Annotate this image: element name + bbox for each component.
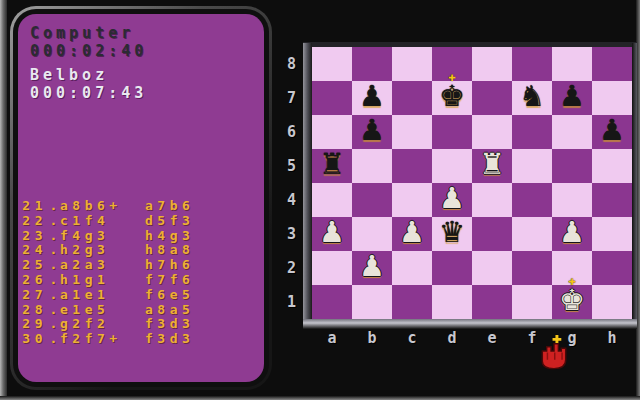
square-e7[interactable] xyxy=(472,81,512,115)
info-panel-frame: Computer 000:02:40 Belboz 000:07:43 21.a… xyxy=(10,6,272,390)
move-row: 23.f4g3h4g3 xyxy=(22,229,194,244)
square-d2[interactable] xyxy=(432,251,472,285)
square-c5[interactable] xyxy=(392,149,432,183)
square-h1[interactable] xyxy=(592,285,632,319)
square-f1[interactable] xyxy=(512,285,552,319)
square-b6[interactable]: ♟ xyxy=(352,115,392,149)
square-c8[interactable] xyxy=(392,47,432,81)
square-d1[interactable] xyxy=(432,285,472,319)
square-c1[interactable] xyxy=(392,285,432,319)
square-g6[interactable] xyxy=(552,115,592,149)
square-a5[interactable]: ♜ xyxy=(312,149,352,183)
square-a1[interactable] xyxy=(312,285,352,319)
square-h6[interactable]: ♟ xyxy=(592,115,632,149)
square-b1[interactable] xyxy=(352,285,392,319)
rank-label-6: 6 xyxy=(281,115,302,149)
move-number: 22 xyxy=(22,214,47,229)
move-row: 26.h1g1f7f6 xyxy=(22,273,194,288)
move-dot: . xyxy=(47,243,60,258)
move-number: 29 xyxy=(22,317,47,332)
square-b5[interactable] xyxy=(352,149,392,183)
square-d6[interactable] xyxy=(432,115,472,149)
square-e2[interactable] xyxy=(472,251,512,285)
move-dot: . xyxy=(47,332,60,347)
black-move: f3d3 xyxy=(145,332,194,347)
square-h3[interactable] xyxy=(592,217,632,251)
rank-label-2: 2 xyxy=(281,251,302,285)
white-rook-e5[interactable]: ♜ xyxy=(472,146,512,183)
move-row: 30.f2f7+f3d3 xyxy=(22,332,194,347)
square-d3[interactable]: ♛ xyxy=(432,217,472,251)
square-c6[interactable] xyxy=(392,115,432,149)
black-move: f6e5 xyxy=(145,288,194,303)
black-rook-a5[interactable]: ♜ xyxy=(312,146,352,183)
black-knight-f7[interactable]: ♞ xyxy=(512,78,552,115)
move-row: 28.e1e5a8a5 xyxy=(22,303,194,318)
square-g1[interactable]: ♚ xyxy=(552,285,592,319)
file-label-e: e xyxy=(472,329,512,347)
white-move: e1e5 xyxy=(60,303,145,318)
square-d4[interactable]: ♟ xyxy=(432,183,472,217)
black-queen-d3[interactable]: ♛ xyxy=(432,214,472,251)
rank-label-7: 7 xyxy=(281,81,302,115)
sparkle-icon xyxy=(553,335,562,344)
black-pawn-b7[interactable]: ♟ xyxy=(352,78,392,115)
move-number: 24 xyxy=(22,243,47,258)
square-g7[interactable]: ♟ xyxy=(552,81,592,115)
square-h8[interactable] xyxy=(592,47,632,81)
square-d7[interactable]: ♚ xyxy=(432,81,472,115)
square-h4[interactable] xyxy=(592,183,632,217)
white-move: a1e1 xyxy=(60,288,145,303)
square-h7[interactable] xyxy=(592,81,632,115)
white-king-g1[interactable]: ♚ xyxy=(552,282,592,319)
move-number: 25 xyxy=(22,258,47,273)
black-move: f3d3 xyxy=(145,317,194,332)
move-dot: . xyxy=(47,229,60,244)
square-b3[interactable] xyxy=(352,217,392,251)
square-c2[interactable] xyxy=(392,251,432,285)
black-move: h7h6 xyxy=(145,258,194,273)
white-pawn-c3[interactable]: ♟ xyxy=(392,214,432,251)
square-b4[interactable] xyxy=(352,183,392,217)
square-f6[interactable] xyxy=(512,115,552,149)
white-move: g2f2 xyxy=(60,317,145,332)
square-f5[interactable] xyxy=(512,149,552,183)
square-b8[interactable] xyxy=(352,47,392,81)
move-row: 24.h2g3h8a8 xyxy=(22,243,194,258)
move-row: 21.a8b6+a7b6 xyxy=(22,199,194,214)
black-move: a7b6 xyxy=(145,199,194,214)
white-move: f2f7+ xyxy=(60,332,145,347)
square-a8[interactable] xyxy=(312,47,352,81)
file-label-h: h xyxy=(592,329,632,347)
move-row: 22.c1f4d5f3 xyxy=(22,214,194,229)
square-c7[interactable] xyxy=(392,81,432,115)
black-pawn-h6[interactable]: ♟ xyxy=(592,112,632,149)
move-dot: . xyxy=(47,258,60,273)
player-clock-belboz: 000:07:43 xyxy=(30,84,147,102)
move-list: 21.a8b6+a7b622.c1f4d5f323.f4g3h4g324.h2g… xyxy=(22,199,194,347)
square-g4[interactable] xyxy=(552,183,592,217)
square-g8[interactable] xyxy=(552,47,592,81)
white-move: c1f4 xyxy=(60,214,145,229)
move-dot: . xyxy=(47,288,60,303)
black-pawn-g7[interactable]: ♟ xyxy=(552,78,592,115)
square-c4[interactable] xyxy=(392,183,432,217)
square-a2[interactable] xyxy=(312,251,352,285)
move-row: 25.a2a3h7h6 xyxy=(22,258,194,273)
player-name-belboz: Belboz xyxy=(30,66,147,84)
hand-cursor-icon[interactable] xyxy=(536,335,572,373)
black-move: a8a5 xyxy=(145,303,194,318)
move-number: 30 xyxy=(22,332,47,347)
white-pawn-d4[interactable]: ♟ xyxy=(432,180,472,217)
rank-labels: 87654321 xyxy=(281,47,302,319)
square-a7[interactable] xyxy=(312,81,352,115)
square-b7[interactable]: ♟ xyxy=(352,81,392,115)
square-e3[interactable] xyxy=(472,217,512,251)
white-move: f4g3 xyxy=(60,229,145,244)
rank-label-5: 5 xyxy=(281,149,302,183)
player-clock-computer: 000:02:40 xyxy=(30,42,147,60)
white-move: a8b6+ xyxy=(60,199,145,214)
black-king-d7[interactable]: ♚ xyxy=(432,78,472,115)
white-move: a2a3 xyxy=(60,258,145,273)
square-e6[interactable] xyxy=(472,115,512,149)
chess-board: ♟♚♞♟♟♟♜♜♟♟♟♛♟♟♚ xyxy=(312,47,632,319)
white-move: h1g1 xyxy=(60,273,145,288)
move-dot: . xyxy=(47,214,60,229)
white-pawn-a3[interactable]: ♟ xyxy=(312,214,352,251)
file-label-a: a xyxy=(312,329,352,347)
move-dot: . xyxy=(47,317,60,332)
white-pawn-b2[interactable]: ♟ xyxy=(352,248,392,285)
screen-edge-left xyxy=(0,0,7,400)
rank-label-8: 8 xyxy=(281,47,302,81)
white-move: h2g3 xyxy=(60,243,145,258)
move-number: 28 xyxy=(22,303,47,318)
square-g5[interactable] xyxy=(552,149,592,183)
move-dot: . xyxy=(47,273,60,288)
square-b2[interactable]: ♟ xyxy=(352,251,392,285)
board-frame-bottom xyxy=(303,319,637,329)
black-move: h4g3 xyxy=(145,229,194,244)
rank-label-4: 4 xyxy=(281,183,302,217)
square-f8[interactable] xyxy=(512,47,552,81)
move-number: 23 xyxy=(22,229,47,244)
file-label-b: b xyxy=(352,329,392,347)
move-number: 27 xyxy=(22,288,47,303)
move-row: 27.a1e1f6e5 xyxy=(22,288,194,303)
black-move: d5f3 xyxy=(145,214,194,229)
black-pawn-b6[interactable]: ♟ xyxy=(352,112,392,149)
move-number: 21 xyxy=(22,199,47,214)
square-f2[interactable] xyxy=(512,251,552,285)
square-d5[interactable] xyxy=(432,149,472,183)
square-f7[interactable]: ♞ xyxy=(512,81,552,115)
square-e4[interactable] xyxy=(472,183,512,217)
square-a4[interactable] xyxy=(312,183,352,217)
file-labels: abcdefgh xyxy=(312,329,632,347)
square-h5[interactable] xyxy=(592,149,632,183)
file-label-d: d xyxy=(432,329,472,347)
square-e8[interactable] xyxy=(472,47,512,81)
square-h2[interactable] xyxy=(592,251,632,285)
move-row: 29.g2f2f3d3 xyxy=(22,317,194,332)
move-dot: . xyxy=(47,199,60,214)
file-label-c: c xyxy=(392,329,432,347)
move-number: 26 xyxy=(22,273,47,288)
black-move: f7f6 xyxy=(145,273,194,288)
white-pawn-g3[interactable]: ♟ xyxy=(552,214,592,251)
clock-display: Computer 000:02:40 Belboz 000:07:43 xyxy=(30,24,147,102)
square-a3[interactable]: ♟ xyxy=(312,217,352,251)
square-e1[interactable] xyxy=(472,285,512,319)
square-f4[interactable] xyxy=(512,183,552,217)
square-c3[interactable]: ♟ xyxy=(392,217,432,251)
black-move: h8a8 xyxy=(145,243,194,258)
screen-edge-bottom xyxy=(0,396,640,400)
rank-label-3: 3 xyxy=(281,217,302,251)
square-f3[interactable] xyxy=(512,217,552,251)
board-frame-right xyxy=(632,43,637,325)
move-dot: . xyxy=(47,303,60,318)
rank-label-1: 1 xyxy=(281,285,302,319)
square-e5[interactable]: ♜ xyxy=(472,149,512,183)
square-g3[interactable]: ♟ xyxy=(552,217,592,251)
player-name-computer: Computer xyxy=(30,24,147,42)
board-frame-left xyxy=(303,43,312,325)
info-panel: Computer 000:02:40 Belboz 000:07:43 21.a… xyxy=(18,14,264,382)
square-a6[interactable] xyxy=(312,115,352,149)
info-panel-border: Computer 000:02:40 Belboz 000:07:43 21.a… xyxy=(13,9,269,387)
